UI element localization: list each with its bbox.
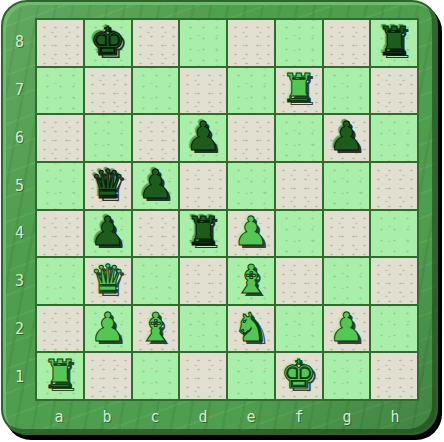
square-a3[interactable] <box>37 258 83 304</box>
square-c4[interactable] <box>133 211 179 257</box>
square-h8[interactable]: ♜ <box>371 20 417 66</box>
square-e6[interactable] <box>228 115 274 161</box>
square-g1[interactable] <box>324 353 370 399</box>
square-a5[interactable] <box>37 163 83 209</box>
square-e2[interactable]: ♞ <box>228 306 274 352</box>
file-label-f: f <box>275 401 323 433</box>
square-c1[interactable] <box>133 353 179 399</box>
square-c5[interactable]: ♟ <box>133 163 179 209</box>
square-c2[interactable]: ♝ <box>133 306 179 352</box>
file-labels: abcdefgh <box>35 401 419 433</box>
square-e7[interactable] <box>228 68 274 114</box>
black-queen-b5[interactable]: ♛ <box>90 164 126 204</box>
black-pawn-d6[interactable]: ♟ <box>185 116 221 156</box>
square-b8[interactable]: ♚ <box>85 20 131 66</box>
square-h2[interactable] <box>371 306 417 352</box>
rank-label-5: 5 <box>5 162 34 210</box>
white-rook-a1[interactable]: ♜ <box>42 354 78 394</box>
square-b4[interactable]: ♟ <box>85 211 131 257</box>
square-b2[interactable]: ♟ <box>85 306 131 352</box>
square-h3[interactable] <box>371 258 417 304</box>
rank-label-3: 3 <box>5 257 34 305</box>
white-bishop-e3[interactable]: ♝ <box>233 259 269 299</box>
square-a1[interactable]: ♜ <box>37 353 83 399</box>
black-pawn-c5[interactable]: ♟ <box>137 164 173 204</box>
file-label-e: e <box>227 401 275 433</box>
rank-label-4: 4 <box>5 210 34 258</box>
black-rook-h8[interactable]: ♜ <box>376 21 412 61</box>
board-grid: ♚♜♜♟♟♛♟♟♜♟♛♝♟♝♞♟♜♚ <box>35 18 419 401</box>
square-f8[interactable] <box>276 20 322 66</box>
rank-label-6: 6 <box>5 114 34 162</box>
rank-label-1: 1 <box>5 353 34 401</box>
square-c6[interactable] <box>133 115 179 161</box>
square-b1[interactable] <box>85 353 131 399</box>
square-b5[interactable]: ♛ <box>85 163 131 209</box>
square-d4[interactable]: ♜ <box>180 211 226 257</box>
white-queen-b3[interactable]: ♛ <box>90 259 126 299</box>
black-pawn-b4[interactable]: ♟ <box>90 211 126 251</box>
square-a8[interactable] <box>37 20 83 66</box>
square-d5[interactable] <box>180 163 226 209</box>
square-f1[interactable]: ♚ <box>276 353 322 399</box>
file-label-h: h <box>371 401 419 433</box>
square-g4[interactable] <box>324 211 370 257</box>
rank-label-7: 7 <box>5 66 34 114</box>
white-pawn-e4[interactable]: ♟ <box>233 211 269 251</box>
square-a6[interactable] <box>37 115 83 161</box>
black-king-b8[interactable]: ♚ <box>90 21 126 61</box>
square-g8[interactable] <box>324 20 370 66</box>
square-c7[interactable] <box>133 68 179 114</box>
square-f2[interactable] <box>276 306 322 352</box>
square-h1[interactable] <box>371 353 417 399</box>
white-rook-f7[interactable]: ♜ <box>281 68 317 108</box>
black-pawn-g6[interactable]: ♟ <box>328 116 364 156</box>
file-label-g: g <box>323 401 371 433</box>
square-d8[interactable] <box>180 20 226 66</box>
square-g6[interactable]: ♟ <box>324 115 370 161</box>
square-e8[interactable] <box>228 20 274 66</box>
file-label-a: a <box>35 401 83 433</box>
white-bishop-c2[interactable]: ♝ <box>137 307 173 347</box>
square-d7[interactable] <box>180 68 226 114</box>
rank-label-2: 2 <box>5 305 34 353</box>
square-e5[interactable] <box>228 163 274 209</box>
square-d2[interactable] <box>180 306 226 352</box>
white-king-f1[interactable]: ♚ <box>281 354 317 394</box>
square-h5[interactable] <box>371 163 417 209</box>
white-pawn-b2[interactable]: ♟ <box>90 307 126 347</box>
rank-label-8: 8 <box>5 18 34 66</box>
square-c8[interactable] <box>133 20 179 66</box>
square-b7[interactable] <box>85 68 131 114</box>
square-a4[interactable] <box>37 211 83 257</box>
square-b3[interactable]: ♛ <box>85 258 131 304</box>
square-g7[interactable] <box>324 68 370 114</box>
white-knight-e2[interactable]: ♞ <box>233 307 269 347</box>
square-b6[interactable] <box>85 115 131 161</box>
file-label-d: d <box>179 401 227 433</box>
square-f3[interactable] <box>276 258 322 304</box>
board-frame: 87654321 ♚♜♜♟♟♛♟♟♜♟♛♝♟♝♞♟♜♚ abcdefgh <box>1 0 438 435</box>
square-g2[interactable]: ♟ <box>324 306 370 352</box>
square-a2[interactable] <box>37 306 83 352</box>
square-e1[interactable] <box>228 353 274 399</box>
black-rook-d4[interactable]: ♜ <box>185 211 221 251</box>
square-g3[interactable] <box>324 258 370 304</box>
square-d3[interactable] <box>180 258 226 304</box>
square-h4[interactable] <box>371 211 417 257</box>
square-e3[interactable]: ♝ <box>228 258 274 304</box>
square-f7[interactable]: ♜ <box>276 68 322 114</box>
square-h6[interactable] <box>371 115 417 161</box>
square-f5[interactable] <box>276 163 322 209</box>
square-h7[interactable] <box>371 68 417 114</box>
square-d1[interactable] <box>180 353 226 399</box>
file-label-c: c <box>131 401 179 433</box>
file-label-b: b <box>83 401 131 433</box>
square-g5[interactable] <box>324 163 370 209</box>
rank-labels: 87654321 <box>5 18 34 401</box>
square-f4[interactable] <box>276 211 322 257</box>
square-a7[interactable] <box>37 68 83 114</box>
square-f6[interactable] <box>276 115 322 161</box>
square-c3[interactable] <box>133 258 179 304</box>
square-e4[interactable]: ♟ <box>228 211 274 257</box>
white-pawn-g2[interactable]: ♟ <box>328 307 364 347</box>
square-d6[interactable]: ♟ <box>180 115 226 161</box>
